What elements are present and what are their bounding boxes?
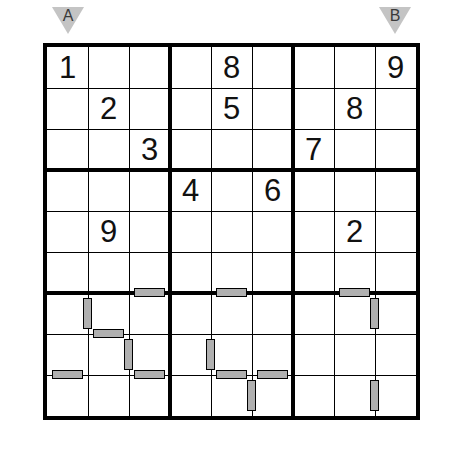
cell-line-vertical [252, 47, 253, 416]
cell-r3c9[interactable] [375, 129, 416, 170]
edge-bar-r6c8-r7c8 [339, 288, 370, 297]
cell-r3c2[interactable] [88, 129, 129, 170]
cell-line-vertical [334, 47, 335, 416]
cell-r5c7[interactable] [293, 211, 334, 252]
cell-r7c9[interactable] [375, 293, 416, 334]
cell-r8c8[interactable] [334, 334, 375, 375]
cell-r6c2[interactable] [88, 252, 129, 293]
box-border-horizontal [47, 168, 416, 172]
cell-r2c7[interactable] [293, 88, 334, 129]
edge-bar-r8c4-r8c5 [206, 339, 215, 370]
cell-r1c8[interactable] [334, 47, 375, 88]
edge-bar-r7c8-r7c9 [370, 298, 379, 329]
cell-r1c9-given[interactable]: 9 [375, 47, 416, 88]
cell-r5c9[interactable] [375, 211, 416, 252]
cell-r9c8[interactable] [334, 375, 375, 416]
cell-r9c3[interactable] [129, 375, 170, 416]
entry-marker-b-label: B [390, 7, 401, 24]
cell-r4c8[interactable] [334, 170, 375, 211]
cell-r3c1[interactable] [47, 129, 88, 170]
cell-r4c6-given[interactable]: 6 [252, 170, 293, 211]
cell-r7c5[interactable] [211, 293, 252, 334]
cell-r2c5-given[interactable]: 5 [211, 88, 252, 129]
cell-r5c5[interactable] [211, 211, 252, 252]
sudoku-board: 189258374692 [43, 43, 420, 420]
cell-r1c1-given[interactable]: 1 [47, 47, 88, 88]
cell-r5c8-given[interactable]: 2 [334, 211, 375, 252]
box-border-vertical [168, 47, 172, 416]
cell-r8c4[interactable] [170, 334, 211, 375]
cell-r9c6[interactable] [252, 375, 293, 416]
cell-r6c8[interactable] [334, 252, 375, 293]
cell-r7c8[interactable] [334, 293, 375, 334]
cell-r9c9[interactable] [375, 375, 416, 416]
cell-r8c2[interactable] [88, 334, 129, 375]
cell-r8c5[interactable] [211, 334, 252, 375]
cell-r7c3[interactable] [129, 293, 170, 334]
cell-r4c5[interactable] [211, 170, 252, 211]
cell-r7c4[interactable] [170, 293, 211, 334]
entry-marker-a-triangle-icon: A [52, 7, 84, 34]
cell-r6c7[interactable] [293, 252, 334, 293]
edge-bar-r6c5-r7c5 [216, 288, 247, 297]
cell-line-vertical [88, 47, 89, 416]
cell-r3c8[interactable] [334, 129, 375, 170]
cell-r1c6[interactable] [252, 47, 293, 88]
cell-line-horizontal [47, 211, 416, 212]
cell-r6c3[interactable] [129, 252, 170, 293]
edge-bar-r8c5-r9c5 [216, 370, 247, 379]
cell-r2c3[interactable] [129, 88, 170, 129]
edge-bar-r9c5-r9c6 [247, 380, 256, 411]
cell-r5c1[interactable] [47, 211, 88, 252]
edge-bar-r9c8-r9c9 [370, 380, 379, 411]
edge-bar-r8c1-r9c1 [52, 370, 83, 379]
cell-r4c4-given[interactable]: 4 [170, 170, 211, 211]
cell-r7c1[interactable] [47, 293, 88, 334]
cell-r4c3[interactable] [129, 170, 170, 211]
box-border-vertical [291, 47, 295, 416]
cell-r4c1[interactable] [47, 170, 88, 211]
cell-r3c4[interactable] [170, 129, 211, 170]
edge-bar-r6c3-r7c3 [134, 288, 165, 297]
cell-r4c9[interactable] [375, 170, 416, 211]
cell-r2c1[interactable] [47, 88, 88, 129]
entry-marker-a-label: A [63, 7, 74, 24]
edge-bar-r7c2-r8c2 [93, 329, 124, 338]
edge-bar-r8c3-r9c3 [134, 370, 165, 379]
cell-r2c8-given[interactable]: 8 [334, 88, 375, 129]
cell-r6c9[interactable] [375, 252, 416, 293]
cell-r3c7-given[interactable]: 7 [293, 129, 334, 170]
cell-r6c6[interactable] [252, 252, 293, 293]
cell-r3c6[interactable] [252, 129, 293, 170]
cell-r9c7[interactable] [293, 375, 334, 416]
cell-r1c2[interactable] [88, 47, 129, 88]
cell-r2c9[interactable] [375, 88, 416, 129]
cell-r1c5-given[interactable]: 8 [211, 47, 252, 88]
cell-r4c7[interactable] [293, 170, 334, 211]
cell-r9c2[interactable] [88, 375, 129, 416]
cell-line-vertical [375, 47, 376, 416]
cell-line-horizontal [47, 88, 416, 89]
cell-r3c3-given[interactable]: 3 [129, 129, 170, 170]
cell-r5c3[interactable] [129, 211, 170, 252]
cell-r2c6[interactable] [252, 88, 293, 129]
cell-r6c1[interactable] [47, 252, 88, 293]
cell-r7c2[interactable] [88, 293, 129, 334]
cell-r9c5[interactable] [211, 375, 252, 416]
cell-line-horizontal [47, 252, 416, 253]
cell-r8c1[interactable] [47, 334, 88, 375]
cell-r1c3[interactable] [129, 47, 170, 88]
cell-r8c7[interactable] [293, 334, 334, 375]
cell-r8c9[interactable] [375, 334, 416, 375]
cell-r5c6[interactable] [252, 211, 293, 252]
edge-bar-r8c2-r8c3 [124, 339, 133, 370]
edge-bar-r8c6-r9c6 [257, 370, 288, 379]
cell-r2c4[interactable] [170, 88, 211, 129]
edge-bar-r7c1-r7c2 [83, 298, 92, 329]
cell-r9c1[interactable] [47, 375, 88, 416]
cell-r8c3[interactable] [129, 334, 170, 375]
cell-r7c7[interactable] [293, 293, 334, 334]
entry-marker-b-triangle-icon: B [379, 7, 411, 34]
cell-r7c6[interactable] [252, 293, 293, 334]
puzzle-page: { "game": "sudoku-variant (classic 9x9 s… [0, 0, 459, 456]
cell-r1c4[interactable] [170, 47, 211, 88]
cell-r3c5[interactable] [211, 129, 252, 170]
cell-r4c2[interactable] [88, 170, 129, 211]
cell-r6c5[interactable] [211, 252, 252, 293]
cell-r6c4[interactable] [170, 252, 211, 293]
cell-r5c4[interactable] [170, 211, 211, 252]
cell-line-horizontal [47, 129, 416, 130]
cell-r2c2-given[interactable]: 2 [88, 88, 129, 129]
cell-r1c7[interactable] [293, 47, 334, 88]
cell-r5c2-given[interactable]: 9 [88, 211, 129, 252]
cell-r9c4[interactable] [170, 375, 211, 416]
cell-r8c6[interactable] [252, 334, 293, 375]
